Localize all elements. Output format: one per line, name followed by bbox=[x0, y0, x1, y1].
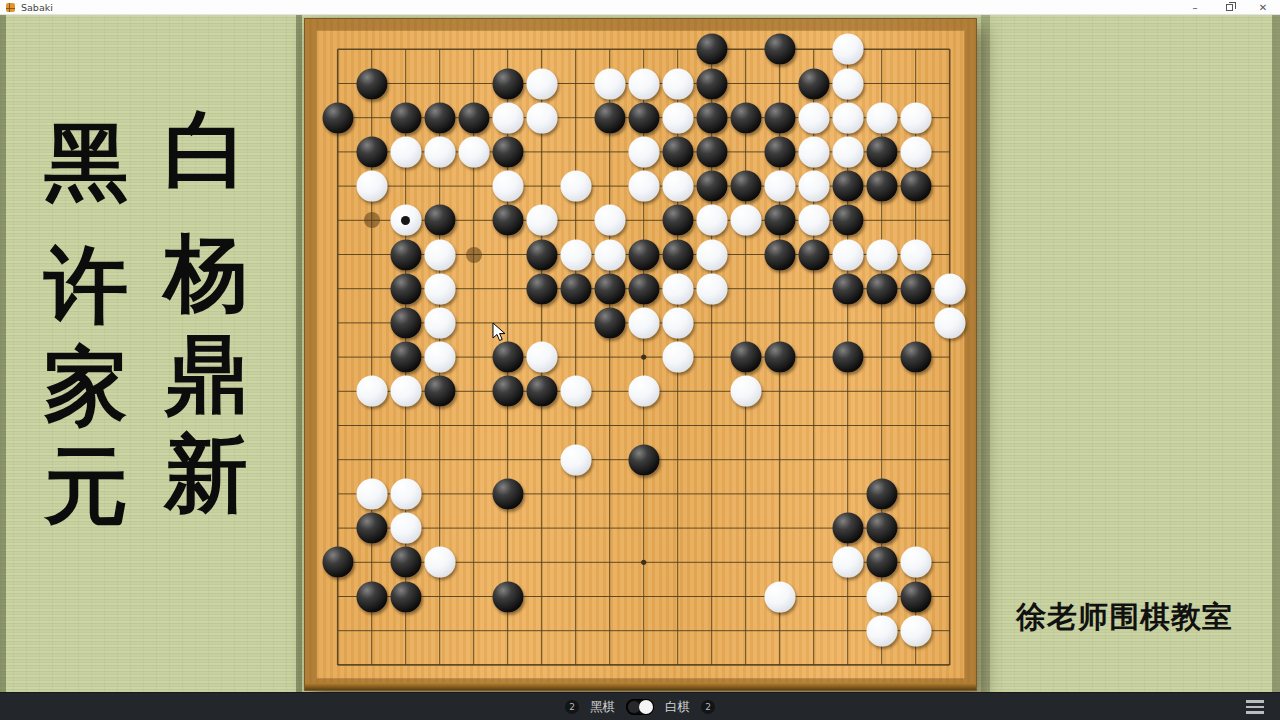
black-side-label: 黑棋 bbox=[590, 699, 615, 716]
stone-white bbox=[900, 615, 931, 646]
go-board[interactable] bbox=[304, 18, 977, 691]
stone-white bbox=[900, 136, 931, 167]
stone-black bbox=[492, 376, 523, 407]
stone-white bbox=[798, 136, 829, 167]
stone-white bbox=[730, 205, 761, 236]
stone-black bbox=[866, 547, 897, 578]
stone-black bbox=[730, 171, 761, 202]
stone-black bbox=[390, 547, 421, 578]
stone-white bbox=[628, 376, 659, 407]
stone-white bbox=[424, 239, 455, 270]
tatami-seam bbox=[0, 15, 6, 692]
restore-button[interactable] bbox=[1212, 0, 1246, 15]
stone-black bbox=[356, 68, 387, 99]
stone-black bbox=[832, 171, 863, 202]
stone-white bbox=[798, 171, 829, 202]
black-captures-badge: 2 bbox=[565, 700, 579, 714]
stone-black bbox=[662, 239, 693, 270]
stone-black bbox=[458, 102, 489, 133]
stone-black bbox=[356, 513, 387, 544]
stone-white bbox=[560, 171, 591, 202]
stone-black bbox=[390, 239, 421, 270]
stone-white bbox=[832, 102, 863, 133]
stone-white bbox=[356, 478, 387, 509]
stone-black bbox=[526, 376, 557, 407]
stone-white bbox=[594, 205, 625, 236]
stone-black bbox=[866, 136, 897, 167]
stone-white bbox=[662, 102, 693, 133]
stone-white bbox=[832, 68, 863, 99]
stone-black bbox=[832, 513, 863, 544]
stone-black bbox=[696, 136, 727, 167]
stone-black bbox=[390, 307, 421, 338]
tatami-seam bbox=[981, 15, 990, 692]
stone-black bbox=[390, 102, 421, 133]
stone-black bbox=[662, 136, 693, 167]
stone-white bbox=[560, 444, 591, 475]
stone-black bbox=[798, 68, 829, 99]
stone-white bbox=[662, 273, 693, 304]
stone-black bbox=[322, 547, 353, 578]
tatami-seam bbox=[1272, 15, 1280, 692]
stone-white bbox=[866, 239, 897, 270]
stone-black bbox=[730, 342, 761, 373]
stone-white bbox=[492, 171, 523, 202]
stone-white bbox=[866, 615, 897, 646]
status-bar: 2 黑棋 白棋 2 bbox=[0, 692, 1280, 720]
stone-white bbox=[934, 307, 965, 338]
stone-white bbox=[594, 239, 625, 270]
stone-white bbox=[424, 547, 455, 578]
stone-white bbox=[832, 34, 863, 65]
stone-white bbox=[798, 102, 829, 133]
variation-dot bbox=[466, 247, 482, 263]
menu-button[interactable] bbox=[1246, 700, 1264, 714]
stone-black bbox=[900, 273, 931, 304]
stone-white bbox=[526, 68, 557, 99]
main-area: 黑 许家元 白 杨鼎新 徐老师围棋教室 bbox=[0, 15, 1280, 692]
stone-black bbox=[866, 273, 897, 304]
white-stone-icon bbox=[639, 700, 653, 714]
black-player-banner: 黑 许家元 bbox=[44, 112, 134, 537]
stone-white bbox=[662, 171, 693, 202]
stone-black bbox=[322, 102, 353, 133]
stone-black bbox=[832, 342, 863, 373]
stone-black bbox=[390, 273, 421, 304]
stone-black bbox=[696, 68, 727, 99]
white-label: 白 bbox=[164, 100, 254, 201]
last-move-marker bbox=[401, 216, 410, 225]
stone-white bbox=[900, 102, 931, 133]
stone-white bbox=[492, 102, 523, 133]
title-bar: Sabaki – ✕ bbox=[0, 0, 1280, 15]
stone-black bbox=[390, 581, 421, 612]
stone-black bbox=[832, 205, 863, 236]
stone-white bbox=[628, 307, 659, 338]
stone-white bbox=[696, 205, 727, 236]
stone-white bbox=[424, 136, 455, 167]
stone-black bbox=[424, 205, 455, 236]
stone-black bbox=[390, 342, 421, 373]
white-captures-badge: 2 bbox=[701, 700, 715, 714]
stone-white bbox=[662, 342, 693, 373]
stone-black bbox=[900, 342, 931, 373]
white-player-name: 杨鼎新 bbox=[164, 223, 254, 525]
stone-white bbox=[798, 205, 829, 236]
black-label: 黑 bbox=[44, 112, 134, 213]
turn-toggle[interactable] bbox=[626, 699, 654, 715]
stone-white bbox=[390, 376, 421, 407]
stone-black bbox=[866, 171, 897, 202]
stone-white bbox=[458, 136, 489, 167]
stone-white bbox=[356, 171, 387, 202]
stone-black bbox=[628, 239, 659, 270]
stone-white bbox=[662, 68, 693, 99]
stone-black bbox=[628, 273, 659, 304]
stone-black bbox=[764, 205, 795, 236]
stone-white bbox=[390, 478, 421, 509]
stone-black bbox=[594, 102, 625, 133]
stone-white bbox=[526, 102, 557, 133]
stone-white bbox=[764, 581, 795, 612]
stone-white bbox=[390, 136, 421, 167]
white-side-label: 白棋 bbox=[665, 699, 690, 716]
stone-black bbox=[866, 478, 897, 509]
board-edge bbox=[305, 683, 976, 690]
stone-black bbox=[594, 273, 625, 304]
stone-white bbox=[526, 205, 557, 236]
stone-black bbox=[492, 478, 523, 509]
stone-white bbox=[900, 547, 931, 578]
stone-black bbox=[492, 68, 523, 99]
stone-black bbox=[594, 307, 625, 338]
stone-black bbox=[526, 239, 557, 270]
minimize-button[interactable]: – bbox=[1178, 0, 1212, 15]
window-controls: – ✕ bbox=[1178, 0, 1280, 15]
stone-white bbox=[900, 239, 931, 270]
stone-black bbox=[696, 171, 727, 202]
stone-white bbox=[628, 136, 659, 167]
stone-white bbox=[696, 273, 727, 304]
stone-black bbox=[730, 102, 761, 133]
restore-icon bbox=[1226, 4, 1233, 11]
stone-black bbox=[764, 239, 795, 270]
stone-black bbox=[356, 136, 387, 167]
watermark-text: 徐老师围棋教室 bbox=[1016, 597, 1233, 638]
sabaki-app-icon bbox=[6, 3, 15, 12]
stone-white bbox=[730, 376, 761, 407]
stone-black bbox=[764, 136, 795, 167]
stone-white bbox=[424, 307, 455, 338]
stone-white bbox=[866, 581, 897, 612]
stone-white bbox=[560, 239, 591, 270]
stone-black bbox=[900, 581, 931, 612]
stone-white bbox=[560, 376, 591, 407]
stone-white bbox=[526, 342, 557, 373]
stone-white bbox=[832, 239, 863, 270]
stone-black bbox=[798, 239, 829, 270]
stone-black bbox=[696, 102, 727, 133]
stone-black bbox=[764, 102, 795, 133]
stone-black bbox=[492, 581, 523, 612]
tatami-seam bbox=[296, 15, 302, 692]
stone-white bbox=[934, 273, 965, 304]
stone-white bbox=[628, 68, 659, 99]
close-button[interactable]: ✕ bbox=[1246, 0, 1280, 15]
stone-black bbox=[560, 273, 591, 304]
stone-black bbox=[424, 376, 455, 407]
stone-white bbox=[764, 171, 795, 202]
black-player-name: 许家元 bbox=[44, 235, 134, 537]
mouse-cursor bbox=[492, 322, 506, 342]
stone-white bbox=[594, 68, 625, 99]
stone-white bbox=[866, 102, 897, 133]
stone-black bbox=[764, 34, 795, 65]
stone-black bbox=[696, 34, 727, 65]
stone-black bbox=[492, 342, 523, 373]
stone-white bbox=[390, 205, 421, 236]
stone-black bbox=[764, 342, 795, 373]
stone-black bbox=[356, 581, 387, 612]
stone-black bbox=[628, 444, 659, 475]
stone-black bbox=[526, 273, 557, 304]
stone-white bbox=[628, 171, 659, 202]
stone-black bbox=[900, 171, 931, 202]
stone-white bbox=[662, 307, 693, 338]
stone-white bbox=[832, 136, 863, 167]
stone-black bbox=[492, 136, 523, 167]
white-player-banner: 白 杨鼎新 bbox=[164, 100, 254, 525]
stone-black bbox=[628, 102, 659, 133]
variation-dot bbox=[364, 212, 380, 228]
stone-black bbox=[662, 205, 693, 236]
stone-white bbox=[424, 342, 455, 373]
stone-white bbox=[424, 273, 455, 304]
stone-black bbox=[424, 102, 455, 133]
stone-white bbox=[356, 376, 387, 407]
stone-white bbox=[696, 239, 727, 270]
stone-black bbox=[492, 205, 523, 236]
stone-black bbox=[866, 513, 897, 544]
stone-black bbox=[832, 273, 863, 304]
window-title: Sabaki bbox=[21, 2, 53, 13]
stone-white bbox=[390, 513, 421, 544]
stone-white bbox=[832, 547, 863, 578]
